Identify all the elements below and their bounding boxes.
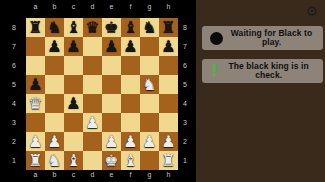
piece-white-rook: ♜	[28, 151, 42, 170]
file-label: e	[102, 169, 121, 181]
square-b8[interactable]: ♞	[45, 18, 64, 37]
square-b7[interactable]: ♟	[45, 37, 64, 56]
rank-label: 3	[180, 113, 190, 132]
piece-white-bishop: ♝	[123, 151, 137, 170]
square-e8[interactable]: ♚	[102, 18, 121, 37]
square-g5[interactable]: ♞	[140, 75, 159, 94]
file-label: c	[64, 1, 83, 13]
piece-black-queen: ♛	[85, 18, 99, 37]
file-label: d	[83, 1, 102, 13]
square-b4[interactable]	[45, 94, 64, 113]
square-e5[interactable]	[102, 75, 121, 94]
piece-white-pawn: ♟	[28, 132, 42, 151]
square-d5[interactable]	[83, 75, 102, 94]
piece-white-pawn: ♟	[123, 132, 137, 151]
check-alert-card: ! The black king is in check.	[202, 59, 323, 83]
square-d8[interactable]: ♛	[83, 18, 102, 37]
square-f3[interactable]	[121, 113, 140, 132]
piece-black-bishop: ♝	[123, 18, 137, 37]
rank-label: 2	[9, 132, 19, 151]
piece-white-pawn: ♟	[104, 132, 118, 151]
square-d1[interactable]	[83, 151, 102, 170]
square-a2[interactable]: ♟	[26, 132, 45, 151]
square-h1[interactable]: ♜	[159, 151, 178, 170]
chess-app-window: abcdefgh abcdefgh 87654321 87654321 ♜♞♝♛…	[0, 0, 325, 182]
square-d6[interactable]	[83, 56, 102, 75]
piece-white-bishop: ♝	[66, 151, 80, 170]
square-d7[interactable]	[83, 37, 102, 56]
square-c6[interactable]	[64, 56, 83, 75]
file-label: f	[121, 1, 140, 13]
settings-gear-icon[interactable]: ⚙︎	[305, 3, 318, 19]
rank-label: 1	[180, 151, 190, 170]
piece-white-king: ♚	[104, 151, 118, 170]
rank-label: 5	[9, 75, 19, 94]
piece-black-pawn: ♟	[28, 75, 42, 94]
square-h6[interactable]	[159, 56, 178, 75]
file-label: f	[121, 169, 140, 181]
file-labels-top: abcdefgh	[26, 1, 178, 13]
turn-status-card: Waiting for Black to play.	[202, 26, 323, 50]
piece-black-pawn: ♟	[104, 37, 118, 56]
square-a1[interactable]: ♜	[26, 151, 45, 170]
piece-white-pawn: ♟	[85, 113, 99, 132]
file-label: h	[159, 169, 178, 181]
file-label: g	[140, 1, 159, 13]
piece-black-bishop: ♝	[66, 18, 80, 37]
square-e2[interactable]: ♟	[102, 132, 121, 151]
square-h5[interactable]	[159, 75, 178, 94]
square-g3[interactable]	[140, 113, 159, 132]
rank-labels-left: 87654321	[9, 18, 19, 170]
square-g4[interactable]	[140, 94, 159, 113]
piece-black-pawn: ♟	[66, 94, 80, 113]
file-labels-bottom: abcdefgh	[26, 169, 178, 181]
square-e4[interactable]	[102, 94, 121, 113]
check-alert-text: The black king is in check.	[217, 62, 323, 81]
square-h7[interactable]: ♟	[159, 37, 178, 56]
rank-label: 8	[9, 18, 19, 37]
square-b2[interactable]: ♟	[45, 132, 64, 151]
square-h4[interactable]	[159, 94, 178, 113]
rank-label: 8	[180, 18, 190, 37]
rank-label: 7	[180, 37, 190, 56]
square-h3[interactable]	[159, 113, 178, 132]
piece-black-rook: ♜	[161, 18, 175, 37]
square-g8[interactable]: ♞	[140, 18, 159, 37]
square-d2[interactable]	[83, 132, 102, 151]
file-label: g	[140, 169, 159, 181]
black-to-move-icon	[210, 32, 223, 45]
square-e6[interactable]	[102, 56, 121, 75]
square-c3[interactable]	[64, 113, 83, 132]
file-label: h	[159, 1, 178, 13]
file-label: a	[26, 169, 45, 181]
rank-label: 3	[9, 113, 19, 132]
square-b6[interactable]	[45, 56, 64, 75]
square-c7[interactable]: ♟	[64, 37, 83, 56]
piece-black-pawn: ♟	[66, 37, 80, 56]
square-h2[interactable]: ♟	[159, 132, 178, 151]
square-a6[interactable]	[26, 56, 45, 75]
file-label: b	[45, 169, 64, 181]
square-d3[interactable]: ♟	[83, 113, 102, 132]
square-b3[interactable]	[45, 113, 64, 132]
square-f1[interactable]: ♝	[121, 151, 140, 170]
rank-label: 5	[180, 75, 190, 94]
rank-labels-right: 87654321	[180, 18, 190, 170]
square-e7[interactable]: ♟	[102, 37, 121, 56]
square-b1[interactable]: ♞	[45, 151, 64, 170]
square-g7[interactable]	[140, 37, 159, 56]
square-a3[interactable]	[26, 113, 45, 132]
square-f4[interactable]	[121, 94, 140, 113]
square-a7[interactable]	[26, 37, 45, 56]
square-f5[interactable]	[121, 75, 140, 94]
piece-white-queen: ♛	[28, 94, 42, 113]
square-f2[interactable]: ♟	[121, 132, 140, 151]
piece-white-pawn: ♟	[161, 132, 175, 151]
piece-black-rook: ♜	[28, 18, 42, 37]
square-b5[interactable]	[45, 75, 64, 94]
rank-label: 4	[9, 94, 19, 113]
square-a8[interactable]: ♜	[26, 18, 45, 37]
square-f7[interactable]: ♟	[121, 37, 140, 56]
square-e3[interactable]	[102, 113, 121, 132]
turn-status-text: Waiting for Black to play.	[223, 29, 323, 48]
square-c1[interactable]: ♝	[64, 151, 83, 170]
file-label: a	[26, 1, 45, 13]
file-label: e	[102, 1, 121, 13]
rank-label: 7	[9, 37, 19, 56]
piece-black-king: ♚	[104, 18, 118, 37]
square-h8[interactable]: ♜	[159, 18, 178, 37]
piece-white-rook: ♜	[161, 151, 175, 170]
file-label: b	[45, 1, 64, 13]
file-label: c	[64, 169, 83, 181]
square-c8[interactable]: ♝	[64, 18, 83, 37]
square-c5[interactable]	[64, 75, 83, 94]
rank-label: 4	[180, 94, 190, 113]
square-a5[interactable]: ♟	[26, 75, 45, 94]
piece-white-pawn: ♟	[47, 132, 61, 151]
chess-board[interactable]: ♜♞♝♛♚♝♞♜♟♟♟♟♟♟♞♛♟♟♟♟♟♟♟♟♜♞♝♚♝♜	[26, 18, 178, 170]
square-e1[interactable]: ♚	[102, 151, 121, 170]
piece-black-pawn: ♟	[161, 37, 175, 56]
square-a4[interactable]: ♛	[26, 94, 45, 113]
piece-white-knight: ♞	[47, 151, 61, 170]
square-g1[interactable]	[140, 151, 159, 170]
piece-white-pawn: ♟	[142, 132, 156, 151]
square-f6[interactable]	[121, 56, 140, 75]
file-label: d	[83, 169, 102, 181]
square-d4[interactable]	[83, 94, 102, 113]
piece-black-pawn: ♟	[47, 37, 61, 56]
status-panel: ⚙︎ Waiting for Black to play. ! The blac…	[196, 0, 325, 182]
piece-white-knight: ♞	[142, 75, 156, 94]
rank-label: 6	[180, 56, 190, 75]
square-g6[interactable]	[140, 56, 159, 75]
piece-black-pawn: ♟	[123, 37, 137, 56]
piece-black-knight: ♞	[142, 18, 156, 37]
square-c2[interactable]	[64, 132, 83, 151]
square-f8[interactable]: ♝	[121, 18, 140, 37]
square-g2[interactable]: ♟	[140, 132, 159, 151]
rank-label: 1	[9, 151, 19, 170]
square-c4[interactable]: ♟	[64, 94, 83, 113]
piece-black-knight: ♞	[47, 18, 61, 37]
rank-label: 2	[180, 132, 190, 151]
rank-label: 6	[9, 56, 19, 75]
